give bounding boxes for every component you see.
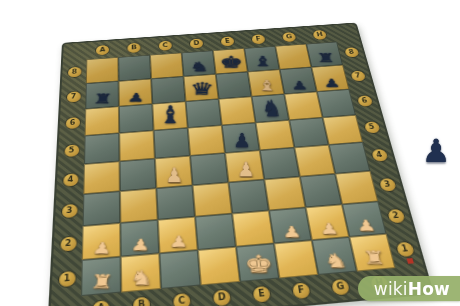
file-bottom-label-F: F bbox=[292, 282, 311, 299]
square-g5[interactable] bbox=[289, 118, 329, 148]
square-d8[interactable]: ♞ bbox=[182, 50, 216, 76]
rank-right-label-4: 4 bbox=[371, 149, 388, 162]
square-a7[interactable]: ♜ bbox=[85, 81, 119, 109]
piece-white-pawn[interactable]: ♟ bbox=[346, 216, 386, 233]
file-bottom-label-C: C bbox=[173, 292, 191, 306]
square-b2[interactable]: ♟ bbox=[120, 220, 159, 257]
square-g7[interactable]: ♟ bbox=[280, 67, 317, 94]
file-top-label-B: B bbox=[127, 42, 140, 52]
square-e1[interactable]: ♚ bbox=[236, 243, 279, 282]
rank-left-label-3: 3 bbox=[61, 204, 77, 218]
piece-black-pawn[interactable]: ♟ bbox=[225, 129, 260, 151]
square-b7[interactable]: ♟ bbox=[119, 79, 153, 107]
square-e7[interactable] bbox=[216, 72, 252, 99]
square-c4[interactable]: ♟ bbox=[155, 156, 193, 188]
piece-black-knight[interactable]: ♞ bbox=[183, 59, 215, 74]
file-top-label-C: C bbox=[159, 40, 172, 50]
file-bottom-label-E: E bbox=[252, 285, 270, 302]
file-top-label-G: G bbox=[282, 32, 297, 42]
rank-right-label-2: 2 bbox=[387, 209, 406, 224]
square-d2[interactable] bbox=[195, 214, 236, 250]
square-e4[interactable]: ♟ bbox=[225, 150, 264, 182]
piece-white-bishop[interactable]: ♝ bbox=[251, 77, 284, 94]
square-a3[interactable] bbox=[83, 191, 121, 226]
square-h8[interactable]: ♜ bbox=[306, 42, 343, 67]
piece-white-pawn[interactable]: ♟ bbox=[310, 220, 349, 238]
file-top-label-D: D bbox=[190, 38, 204, 48]
square-b5[interactable] bbox=[119, 130, 155, 161]
watermark-how-text: How bbox=[408, 279, 450, 299]
piece-black-pawn[interactable]: ♟ bbox=[315, 76, 349, 89]
square-h5[interactable] bbox=[323, 115, 363, 145]
square-b4[interactable] bbox=[120, 159, 157, 192]
rank-left-label-2: 2 bbox=[60, 236, 76, 251]
square-f6[interactable]: ♞ bbox=[252, 94, 290, 123]
square-h1[interactable]: ♜ bbox=[349, 234, 395, 272]
rank-left-label-4: 4 bbox=[63, 173, 78, 187]
rank-right-label-1: 1 bbox=[395, 242, 414, 257]
rank-left-label-5: 5 bbox=[64, 144, 79, 157]
file-top-label-A: A bbox=[96, 45, 109, 55]
rank-right-label-6: 6 bbox=[356, 95, 372, 107]
rank-left-label-6: 6 bbox=[65, 117, 79, 129]
piece-black-bishop[interactable]: ♝ bbox=[153, 101, 187, 129]
file-bottom-label-A: A bbox=[93, 300, 110, 306]
wikihow-watermark: wikiHow bbox=[358, 276, 460, 301]
square-h2[interactable]: ♟ bbox=[342, 201, 387, 237]
piece-white-rook[interactable]: ♜ bbox=[354, 247, 396, 268]
piece-black-bishop[interactable]: ♝ bbox=[247, 54, 279, 70]
square-g1[interactable]: ♞ bbox=[312, 237, 357, 275]
file-bottom-label-D: D bbox=[213, 289, 231, 306]
square-a6[interactable] bbox=[85, 106, 120, 135]
watermark-wiki-text: wiki bbox=[374, 279, 408, 299]
square-f4[interactable] bbox=[260, 148, 300, 180]
file-top-label-H: H bbox=[312, 30, 327, 40]
file-top-label-E: E bbox=[220, 36, 234, 46]
rank-right-label-5: 5 bbox=[363, 121, 380, 133]
red-marker bbox=[407, 258, 414, 264]
board-frame: ABCDEFGH ABCDEFGH 87654321 87654321 ♞♚♝♜… bbox=[50, 24, 431, 306]
piece-white-king[interactable]: ♚ bbox=[239, 250, 279, 278]
square-g3[interactable] bbox=[300, 174, 342, 208]
square-h3[interactable] bbox=[335, 171, 378, 205]
square-d7[interactable]: ♛ bbox=[184, 74, 219, 101]
piece-white-rook[interactable]: ♜ bbox=[81, 271, 123, 293]
square-e8[interactable]: ♚ bbox=[213, 48, 248, 74]
rank-right-label-3: 3 bbox=[378, 178, 396, 192]
square-c1[interactable] bbox=[159, 250, 200, 289]
piece-white-pawn[interactable]: ♟ bbox=[121, 235, 161, 253]
square-f8[interactable]: ♝ bbox=[244, 46, 279, 72]
file-bottom-label-B: B bbox=[133, 296, 150, 306]
rank-left-label-7: 7 bbox=[66, 91, 80, 102]
chess-board-scene: ABCDEFGH ABCDEFGH 87654321 87654321 ♞♚♝♜… bbox=[50, 24, 431, 306]
square-f1[interactable] bbox=[274, 240, 318, 278]
square-h7[interactable]: ♟ bbox=[311, 65, 349, 92]
piece-white-pawn[interactable]: ♟ bbox=[82, 239, 122, 257]
square-b8[interactable] bbox=[118, 55, 151, 81]
square-d3[interactable] bbox=[192, 182, 232, 216]
piece-black-rook[interactable]: ♜ bbox=[309, 51, 342, 65]
square-a4[interactable] bbox=[83, 161, 120, 194]
square-g8[interactable] bbox=[275, 44, 311, 70]
square-g2[interactable]: ♟ bbox=[306, 204, 350, 240]
square-f7[interactable]: ♝ bbox=[248, 69, 285, 96]
piece-white-pawn[interactable]: ♟ bbox=[156, 163, 192, 186]
square-a2[interactable]: ♟ bbox=[82, 223, 121, 260]
square-f5[interactable] bbox=[256, 120, 295, 150]
piece-black-knight[interactable]: ♞ bbox=[255, 96, 289, 122]
square-e5[interactable]: ♟ bbox=[222, 123, 260, 153]
square-g4[interactable] bbox=[294, 145, 335, 177]
rank-labels-left: 87654321 bbox=[56, 60, 83, 299]
square-e6[interactable] bbox=[219, 97, 256, 126]
square-e3[interactable] bbox=[228, 179, 269, 213]
square-c8[interactable] bbox=[150, 53, 184, 79]
square-a1[interactable]: ♜ bbox=[81, 257, 121, 296]
square-c2[interactable]: ♟ bbox=[158, 217, 198, 254]
rank-left-label-8: 8 bbox=[67, 67, 81, 78]
square-b6[interactable] bbox=[119, 104, 154, 133]
square-h6[interactable] bbox=[317, 89, 356, 117]
square-h4[interactable] bbox=[329, 142, 371, 174]
photo-canvas: ABCDEFGH ABCDEFGH 87654321 87654321 ♞♚♝♜… bbox=[0, 0, 460, 306]
piece-white-pawn[interactable]: ♟ bbox=[159, 232, 198, 250]
file-top-label-F: F bbox=[251, 34, 265, 44]
square-c3[interactable] bbox=[156, 185, 195, 219]
square-a8[interactable] bbox=[86, 57, 119, 83]
rank-right-label-8: 8 bbox=[344, 47, 359, 57]
piece-white-knight[interactable]: ♞ bbox=[121, 266, 162, 289]
square-c5[interactable] bbox=[154, 128, 190, 159]
piece-black-rook[interactable]: ♜ bbox=[85, 91, 120, 106]
square-d6[interactable] bbox=[186, 99, 222, 128]
rank-right-label-7: 7 bbox=[350, 71, 366, 82]
square-d4[interactable] bbox=[190, 153, 228, 185]
piece-black-pawn[interactable]: ♟ bbox=[283, 79, 317, 92]
square-e2[interactable] bbox=[232, 210, 274, 246]
rank-left-label-1: 1 bbox=[58, 271, 75, 287]
square-c6[interactable]: ♝ bbox=[152, 101, 187, 130]
square-c7[interactable] bbox=[151, 76, 185, 103]
file-bottom-label-G: G bbox=[331, 278, 350, 295]
captured-pieces-offboard: ♟ bbox=[414, 132, 458, 184]
square-a5[interactable] bbox=[84, 133, 120, 164]
piece-white-knight[interactable]: ♞ bbox=[316, 250, 357, 272]
square-b1[interactable]: ♞ bbox=[121, 253, 161, 292]
piece-white-pawn[interactable]: ♟ bbox=[228, 157, 264, 180]
piece-black-pawn[interactable]: ♟ bbox=[119, 90, 153, 104]
piece-black-king[interactable]: ♚ bbox=[215, 53, 247, 72]
square-f3[interactable] bbox=[264, 177, 305, 211]
piece-black-queen[interactable]: ♛ bbox=[185, 79, 218, 99]
square-f2[interactable]: ♟ bbox=[269, 207, 312, 243]
piece-white-pawn[interactable]: ♟ bbox=[273, 223, 312, 241]
square-d5[interactable] bbox=[188, 125, 225, 156]
chess-board: ♞♚♝♜♜♟♛♝♟♟♝♞♟♟♟♟♟♟♟♟♟♜♞♚♞♜ bbox=[81, 42, 396, 296]
square-d1[interactable] bbox=[198, 247, 240, 286]
square-b3[interactable] bbox=[120, 188, 158, 223]
captured-black-pawn: ♟ bbox=[422, 132, 451, 170]
